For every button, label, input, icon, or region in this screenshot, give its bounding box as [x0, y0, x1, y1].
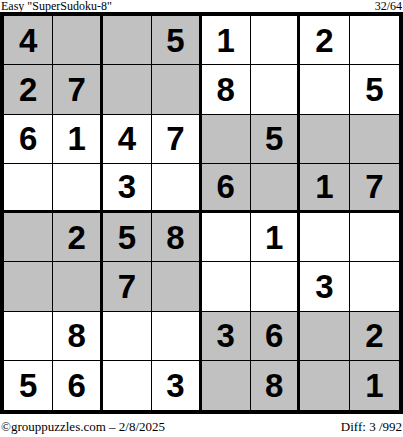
- sudoku-grid: 45122785614753617258173836256381: [0, 12, 403, 414]
- cell-r4c7[interactable]: 1: [300, 164, 349, 213]
- given-digit: 7: [365, 170, 383, 203]
- cell-r3c3[interactable]: 4: [103, 115, 152, 164]
- given-digit: 3: [315, 270, 333, 303]
- given-digit: 2: [19, 73, 37, 106]
- given-digit: 1: [365, 369, 383, 402]
- cell-r8c6[interactable]: 8: [251, 361, 300, 410]
- cell-r7c7[interactable]: [300, 312, 349, 361]
- given-digit: 3: [217, 319, 235, 352]
- cell-r2c1[interactable]: 2: [4, 65, 53, 114]
- cell-r5c1[interactable]: [4, 213, 53, 262]
- cell-r7c6[interactable]: 6: [251, 312, 300, 361]
- cell-r1c5[interactable]: 1: [202, 16, 251, 65]
- cell-r4c6[interactable]: [251, 164, 300, 213]
- given-digit: 7: [67, 73, 85, 106]
- cell-r3c1[interactable]: 6: [4, 115, 53, 164]
- cell-r4c3[interactable]: 3: [103, 164, 152, 213]
- given-digit: 5: [118, 221, 136, 254]
- given-digit: 7: [118, 270, 136, 303]
- cell-r4c4[interactable]: [152, 164, 201, 213]
- cell-r7c2[interactable]: 8: [53, 312, 102, 361]
- cell-r1c1[interactable]: 4: [4, 16, 53, 65]
- cell-r6c1[interactable]: [4, 262, 53, 311]
- given-digit: 1: [67, 122, 85, 155]
- cell-r4c2[interactable]: [53, 164, 102, 213]
- cell-r3c5[interactable]: [202, 115, 251, 164]
- cell-r2c5[interactable]: 8: [202, 65, 251, 114]
- cell-r5c8[interactable]: [350, 213, 399, 262]
- cell-r2c2[interactable]: 7: [53, 65, 102, 114]
- cell-r7c4[interactable]: [152, 312, 201, 361]
- given-digit: 3: [118, 170, 136, 203]
- cell-r1c7[interactable]: 2: [300, 16, 349, 65]
- cell-r1c6[interactable]: [251, 16, 300, 65]
- cell-r3c8[interactable]: [350, 115, 399, 164]
- cell-r2c3[interactable]: [103, 65, 152, 114]
- cell-r6c8[interactable]: [350, 262, 399, 311]
- cell-r2c7[interactable]: [300, 65, 349, 114]
- givens-count: 32/64: [375, 0, 402, 12]
- given-digit: 6: [217, 170, 235, 203]
- given-digit: 2: [67, 221, 85, 254]
- footer: ©grouppuzzles.com – 2/8/2025 Diff: 3 /99…: [0, 414, 403, 434]
- cell-r8c5[interactable]: [202, 361, 251, 410]
- given-digit: 1: [217, 24, 235, 57]
- cell-r5c5[interactable]: [202, 213, 251, 262]
- given-digit: 6: [19, 122, 37, 155]
- given-digit: 5: [166, 24, 184, 57]
- cell-r8c2[interactable]: 6: [53, 361, 102, 410]
- cell-r3c4[interactable]: 7: [152, 115, 201, 164]
- cell-r1c3[interactable]: [103, 16, 152, 65]
- cell-r7c3[interactable]: [103, 312, 152, 361]
- copyright-date: ©grouppuzzles.com – 2/8/2025: [1, 419, 165, 434]
- cell-r6c5[interactable]: [202, 262, 251, 311]
- cell-r2c4[interactable]: [152, 65, 201, 114]
- given-digit: 5: [265, 122, 283, 155]
- given-digit: 8: [265, 369, 283, 402]
- cell-r5c3[interactable]: 5: [103, 213, 152, 262]
- cell-r1c8[interactable]: [350, 16, 399, 65]
- cell-r2c8[interactable]: 5: [350, 65, 399, 114]
- given-digit: 8: [217, 73, 235, 106]
- cell-r7c5[interactable]: 3: [202, 312, 251, 361]
- difficulty-label: Diff: 3 /992: [341, 419, 402, 434]
- cell-r8c4[interactable]: 3: [152, 361, 201, 410]
- cell-r6c6[interactable]: [251, 262, 300, 311]
- given-digit: 6: [67, 369, 85, 402]
- cell-r2c6[interactable]: [251, 65, 300, 114]
- cell-r1c4[interactable]: 5: [152, 16, 201, 65]
- given-digit: 6: [265, 319, 283, 352]
- cell-r8c1[interactable]: 5: [4, 361, 53, 410]
- given-digit: 3: [166, 369, 184, 402]
- cell-r6c4[interactable]: [152, 262, 201, 311]
- cell-r4c8[interactable]: 7: [350, 164, 399, 213]
- given-digit: 1: [315, 170, 333, 203]
- cell-r1c2[interactable]: [53, 16, 102, 65]
- cell-r3c6[interactable]: 5: [251, 115, 300, 164]
- given-digit: 5: [19, 369, 37, 402]
- cell-r3c7[interactable]: [300, 115, 349, 164]
- given-digit: 8: [67, 319, 85, 352]
- cell-r5c2[interactable]: 2: [53, 213, 102, 262]
- cell-r6c2[interactable]: [53, 262, 102, 311]
- cell-r8c7[interactable]: [300, 361, 349, 410]
- given-digit: 1: [265, 221, 283, 254]
- cell-r7c1[interactable]: [4, 312, 53, 361]
- given-digit: 4: [118, 122, 136, 155]
- cell-r8c3[interactable]: [103, 361, 152, 410]
- header: Easy "SuperSudoku-8" 32/64: [0, 0, 403, 12]
- given-digit: 2: [315, 24, 333, 57]
- cell-r8c8[interactable]: 1: [350, 361, 399, 410]
- given-digit: 8: [166, 221, 184, 254]
- cell-r4c5[interactable]: 6: [202, 164, 251, 213]
- given-digit: 4: [19, 24, 37, 57]
- cell-r5c4[interactable]: 8: [152, 213, 201, 262]
- given-digit: 7: [166, 122, 184, 155]
- cell-r6c7[interactable]: 3: [300, 262, 349, 311]
- cell-r7c8[interactable]: 2: [350, 312, 399, 361]
- cell-r6c3[interactable]: 7: [103, 262, 152, 311]
- given-digit: 2: [365, 319, 383, 352]
- cell-r5c6[interactable]: 1: [251, 213, 300, 262]
- cell-r5c7[interactable]: [300, 213, 349, 262]
- cell-r3c2[interactable]: 1: [53, 115, 102, 164]
- puzzle-page: Easy "SuperSudoku-8" 32/64 4512278561475…: [0, 0, 403, 437]
- puzzle-title: Easy "SuperSudoku-8": [1, 0, 112, 12]
- given-digit: 5: [365, 73, 383, 106]
- cell-r4c1[interactable]: [4, 164, 53, 213]
